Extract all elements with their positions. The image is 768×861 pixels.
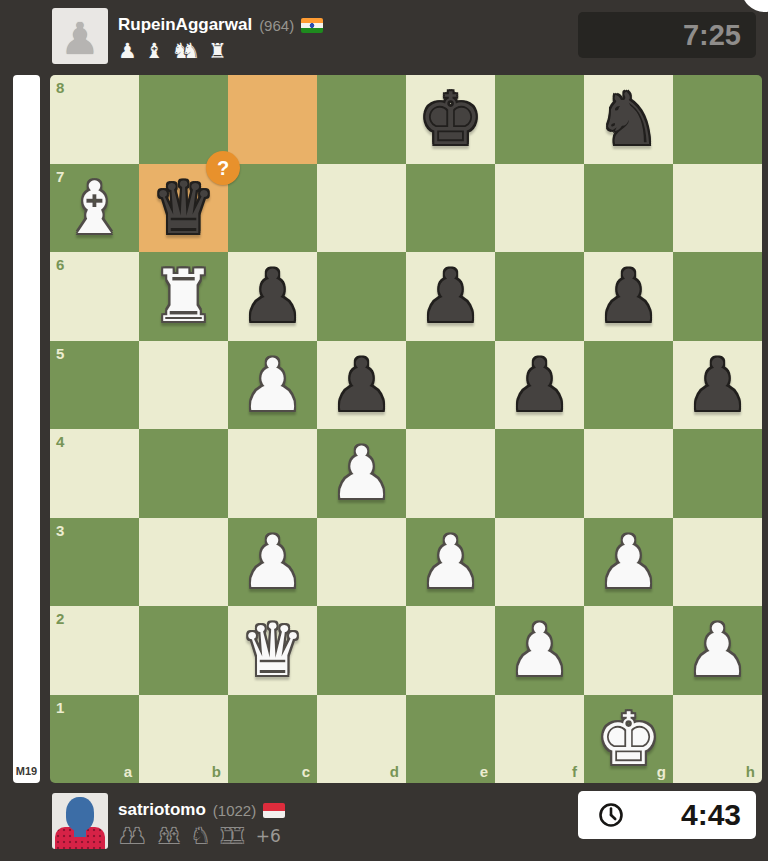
square-b8[interactable] <box>139 75 228 164</box>
square-a5[interactable]: 5 <box>50 341 139 430</box>
square-f7[interactable] <box>495 164 584 253</box>
black-pawn-d5[interactable]: ♟ <box>317 341 406 430</box>
square-h4[interactable] <box>673 429 762 518</box>
square-a2[interactable]: 2 <box>50 606 139 695</box>
square-h3[interactable] <box>673 518 762 607</box>
square-d6[interactable] <box>317 252 406 341</box>
square-c2[interactable]: ♛ <box>228 606 317 695</box>
square-e4[interactable] <box>406 429 495 518</box>
square-h1[interactable]: h <box>673 695 762 784</box>
square-g4[interactable] <box>584 429 673 518</box>
black-pawn-e6[interactable]: ♟ <box>406 252 495 341</box>
square-a7[interactable]: 7♝ <box>50 164 139 253</box>
square-a6[interactable]: 6 <box>50 252 139 341</box>
pawn-avatar-icon: ♟ <box>60 17 99 61</box>
rank-label-6: 6 <box>56 256 64 273</box>
square-a4[interactable]: 4 <box>50 429 139 518</box>
file-label-e: e <box>480 763 488 780</box>
square-b2[interactable] <box>139 606 228 695</box>
top-player-clock: 7:25 <box>578 12 756 58</box>
square-g8[interactable]: ♞ <box>584 75 673 164</box>
square-h6[interactable] <box>673 252 762 341</box>
square-c6[interactable]: ♟ <box>228 252 317 341</box>
top-player-avatar[interactable]: ♟ <box>52 8 108 64</box>
square-g5[interactable] <box>584 341 673 430</box>
captured-rook-icon: ♜ <box>228 826 247 847</box>
square-g2[interactable] <box>584 606 673 695</box>
square-a1[interactable]: 1a <box>50 695 139 784</box>
square-a3[interactable]: 3 <box>50 518 139 607</box>
file-label-c: c <box>302 763 310 780</box>
square-b3[interactable] <box>139 518 228 607</box>
top-player-rating: (964) <box>259 17 294 34</box>
square-c3[interactable]: ♟ <box>228 518 317 607</box>
file-label-f: f <box>572 763 577 780</box>
black-pawn-f5[interactable]: ♟ <box>495 341 584 430</box>
person-avatar-icon <box>52 793 108 849</box>
captured-rook-icon: ♜ <box>208 41 227 62</box>
top-player-name-row: RupeinAggarwal (964) <box>118 13 323 37</box>
captured-knight-icon: ♞ <box>191 826 210 847</box>
rank-label-3: 3 <box>56 522 64 539</box>
white-pawn-e3[interactable]: ♟ <box>406 518 495 607</box>
square-f4[interactable] <box>495 429 584 518</box>
rank-label-2: 2 <box>56 610 64 627</box>
white-rook-b6[interactable]: ♜ <box>139 252 228 341</box>
corner-overlay-blob <box>741 0 768 12</box>
square-b4[interactable] <box>139 429 228 518</box>
mistake-badge-icon: ? <box>206 151 240 185</box>
clock-icon <box>598 802 624 828</box>
captured-bishop-icon: ♝ <box>164 826 183 847</box>
black-king-e8[interactable]: ♚ <box>406 75 495 164</box>
material-advantage: +6 <box>256 826 281 846</box>
top-player-name[interactable]: RupeinAggarwal <box>118 15 252 35</box>
square-c1[interactable]: c <box>228 695 317 784</box>
white-pawn-f2[interactable]: ♟ <box>495 606 584 695</box>
square-h7[interactable] <box>673 164 762 253</box>
bottom-player-name[interactable]: satriotomo <box>118 800 206 820</box>
square-f3[interactable] <box>495 518 584 607</box>
square-d3[interactable] <box>317 518 406 607</box>
square-d2[interactable] <box>317 606 406 695</box>
white-pawn-c3[interactable]: ♟ <box>228 518 317 607</box>
square-f1[interactable]: f <box>495 695 584 784</box>
square-g3[interactable]: ♟ <box>584 518 673 607</box>
captured-pawn-icon: ♟ <box>128 826 147 847</box>
square-h2[interactable]: ♟ <box>673 606 762 695</box>
black-knight-g8[interactable]: ♞ <box>584 75 673 164</box>
square-g7[interactable] <box>584 164 673 253</box>
bottom-captured-pieces: ♟♟♝♝♞♜♜+6 <box>118 823 281 849</box>
square-c4[interactable] <box>228 429 317 518</box>
square-f8[interactable] <box>495 75 584 164</box>
square-b1[interactable]: b <box>139 695 228 784</box>
white-pawn-g3[interactable]: ♟ <box>584 518 673 607</box>
square-d7[interactable] <box>317 164 406 253</box>
chess-board[interactable]: ? 8♚♞7♝♛6♜♟♟♟5♟♟♟♟4♟3♟♟♟2♛♟♟1abcdefg♚h <box>50 75 762 783</box>
square-c8[interactable] <box>228 75 317 164</box>
square-e3[interactable]: ♟ <box>406 518 495 607</box>
white-pawn-h2[interactable]: ♟ <box>673 606 762 695</box>
captured-knight-icon: ♞ <box>181 41 200 62</box>
bottom-player-avatar[interactable] <box>52 793 108 849</box>
white-king-g1[interactable]: ♚ <box>584 695 673 784</box>
captured-bishop-icon: ♝ <box>145 41 164 62</box>
india-flag-icon <box>301 18 323 33</box>
square-h8[interactable] <box>673 75 762 164</box>
rank-label-5: 5 <box>56 345 64 362</box>
evaluation-bar: M19 <box>13 75 40 783</box>
captured-pawn-icon: ♟ <box>118 41 137 62</box>
square-d8[interactable] <box>317 75 406 164</box>
square-e5[interactable] <box>406 341 495 430</box>
file-label-h: h <box>746 763 755 780</box>
file-label-d: d <box>390 763 399 780</box>
rank-label-4: 4 <box>56 433 64 450</box>
square-e2[interactable] <box>406 606 495 695</box>
square-f2[interactable]: ♟ <box>495 606 584 695</box>
bottom-player-clock: 4:43 <box>578 791 756 839</box>
square-g1[interactable]: g♚ <box>584 695 673 784</box>
square-e8[interactable]: ♚ <box>406 75 495 164</box>
indonesia-flag-icon <box>263 803 285 818</box>
square-f6[interactable] <box>495 252 584 341</box>
top-clock-time: 7:25 <box>683 19 741 52</box>
square-c7[interactable] <box>228 164 317 253</box>
square-a8[interactable]: 8 <box>50 75 139 164</box>
file-label-b: b <box>212 763 221 780</box>
square-e1[interactable]: e <box>406 695 495 784</box>
square-e6[interactable]: ♟ <box>406 252 495 341</box>
bottom-player-name-row: satriotomo (1022) <box>118 798 285 822</box>
square-d5[interactable]: ♟ <box>317 341 406 430</box>
file-label-a: a <box>124 763 132 780</box>
white-bishop-a7[interactable]: ♝ <box>50 164 139 253</box>
evaluation-label: M19 <box>16 765 37 783</box>
square-d4[interactable]: ♟ <box>317 429 406 518</box>
square-b6[interactable]: ♜ <box>139 252 228 341</box>
black-pawn-h5[interactable]: ♟ <box>673 341 762 430</box>
square-g6[interactable]: ♟ <box>584 252 673 341</box>
square-c5[interactable]: ♟ <box>228 341 317 430</box>
square-b5[interactable] <box>139 341 228 430</box>
bottom-player-rating: (1022) <box>213 802 256 819</box>
black-pawn-g6[interactable]: ♟ <box>584 252 673 341</box>
white-pawn-d4[interactable]: ♟ <box>317 429 406 518</box>
white-queen-c2[interactable]: ♛ <box>228 606 317 695</box>
black-pawn-c6[interactable]: ♟ <box>228 252 317 341</box>
bottom-clock-time: 4:43 <box>681 798 741 832</box>
square-f5[interactable]: ♟ <box>495 341 584 430</box>
white-pawn-c5[interactable]: ♟ <box>228 341 317 430</box>
square-d1[interactable]: d <box>317 695 406 784</box>
square-h5[interactable]: ♟ <box>673 341 762 430</box>
rank-label-8: 8 <box>56 79 64 96</box>
square-e7[interactable] <box>406 164 495 253</box>
top-captured-pieces: ♟♝♞♞♜ <box>118 38 227 64</box>
rank-label-1: 1 <box>56 699 64 716</box>
